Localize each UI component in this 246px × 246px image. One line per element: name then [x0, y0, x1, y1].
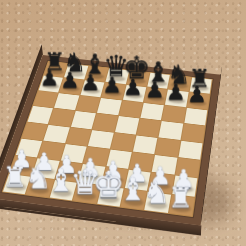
square-d5[interactable]	[93, 114, 118, 132]
square-b5[interactable]	[49, 109, 74, 127]
square-a4[interactable]	[22, 122, 48, 140]
chess-set-photo: ♜♞♝♛♚♝♞♜♟♟♟♟♟♟♟♟♟♟♟♟♟♟♟♟♜♞♝♛♚♝♞♜	[0, 0, 246, 246]
square-d7[interactable]: ♟	[101, 83, 125, 100]
square-g7[interactable]: ♟	[165, 90, 188, 107]
square-d4[interactable]	[88, 130, 113, 149]
square-g4[interactable]	[155, 138, 180, 157]
square-g6[interactable]	[162, 105, 186, 123]
square-h6[interactable]	[184, 108, 207, 126]
square-e6[interactable]	[119, 100, 143, 117]
square-a6[interactable]	[33, 91, 58, 108]
drawer-seam	[4, 207, 116, 222]
square-h1[interactable]: ♜	[169, 194, 195, 216]
piece-black-pawn-a7[interactable]: ♟	[40, 67, 60, 89]
square-f5[interactable]	[137, 119, 161, 137]
square-h5[interactable]	[181, 124, 205, 142]
chess-board: ♜♞♝♛♚♝♞♜♟♟♟♟♟♟♟♟♟♟♟♟♟♟♟♟♜♞♝♛♚♝♞♜	[0, 55, 221, 225]
square-c7[interactable]: ♟	[80, 80, 104, 97]
square-g5[interactable]	[159, 121, 183, 139]
piece-white-rook-h1[interactable]: ♜	[168, 183, 193, 211]
square-f7[interactable]: ♟	[144, 88, 167, 105]
square-e7[interactable]: ♟	[123, 85, 147, 102]
square-d6[interactable]	[97, 98, 121, 115]
square-f6[interactable]	[140, 103, 164, 121]
square-h7[interactable]: ♟	[187, 92, 210, 109]
piece-black-pawn-f7[interactable]: ♟	[145, 79, 165, 101]
chess-board-grid: ♜♞♝♛♚♝♞♜♟♟♟♟♟♟♟♟♟♟♟♟♟♟♟♟♜♞♝♛♚♝♞♜	[2, 61, 213, 217]
square-f4[interactable]	[133, 135, 158, 154]
piece-black-pawn-c7[interactable]: ♟	[81, 72, 101, 94]
square-c6[interactable]	[76, 95, 101, 112]
square-h4[interactable]	[178, 140, 202, 159]
piece-black-pawn-g7[interactable]: ♟	[166, 81, 186, 103]
square-c5[interactable]	[71, 111, 96, 129]
piece-black-pawn-h7[interactable]: ♟	[187, 84, 207, 106]
piece-black-pawn-d7[interactable]: ♟	[102, 74, 122, 96]
square-e4[interactable]	[110, 132, 135, 151]
piece-white-knight-g1[interactable]: ♞	[143, 178, 170, 208]
square-e5[interactable]	[115, 116, 140, 134]
piece-black-pawn-e7[interactable]: ♟	[123, 76, 143, 98]
piece-black-pawn-b7[interactable]: ♟	[60, 69, 80, 91]
